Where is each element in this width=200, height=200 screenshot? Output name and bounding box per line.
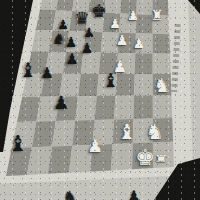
captured-piece-1: ♟ [127,189,141,200]
chess-photo-scene: ♛♚♟♟♞♟♟♝♟♟♝♝♟♟♜♟♟♟♟♞♞♟♝♚♜ ♞♟ [0,0,200,200]
board-border [0,0,200,200]
captured-piece-0: ♞ [62,189,77,200]
